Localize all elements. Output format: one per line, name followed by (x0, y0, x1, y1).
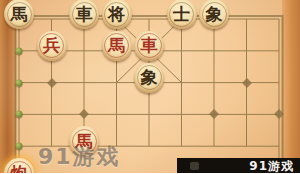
piece-red-4-1[interactable]: 車 (134, 31, 164, 61)
piece-black-0-0[interactable]: 馬 (4, 0, 34, 29)
piece-black-4-2[interactable]: 象 (134, 63, 164, 93)
watermark-bar-text: 91游戏 (249, 160, 294, 172)
piece-black-2-0[interactable]: 車 (69, 0, 99, 29)
piece-character: 車 (76, 6, 93, 23)
move-hint-dot[interactable] (16, 111, 23, 118)
piece-character: 士 (173, 6, 190, 23)
piece-character: 馬 (108, 37, 125, 54)
piece-character: 象 (141, 69, 158, 86)
piece-black-5-0[interactable]: 士 (167, 0, 197, 29)
piece-red-3-1[interactable]: 馬 (102, 31, 132, 61)
watermark-overlay: 91游戏 (38, 142, 121, 172)
piece-red-1-1[interactable]: 兵 (37, 31, 67, 61)
watermark-bar-icon (190, 162, 199, 170)
move-hint-dot[interactable] (16, 47, 23, 54)
bottom-watermark-bar: 91游戏 (177, 158, 300, 173)
xiangqi-game-screenshot: 馬車将士象兵馬車象馬炮 91游戏 91游戏 (0, 0, 300, 173)
piece-character: 兵 (43, 37, 60, 54)
piece-character: 炮 (11, 165, 28, 174)
piece-character: 象 (206, 6, 223, 23)
piece-character: 馬 (11, 6, 28, 23)
piece-black-3-0[interactable]: 将 (102, 0, 132, 29)
move-hint-dot[interactable] (16, 79, 23, 86)
piece-black-6-0[interactable]: 象 (199, 0, 229, 29)
move-hint-dot[interactable] (16, 143, 23, 150)
piece-character: 将 (108, 6, 125, 23)
piece-character: 車 (141, 37, 158, 54)
